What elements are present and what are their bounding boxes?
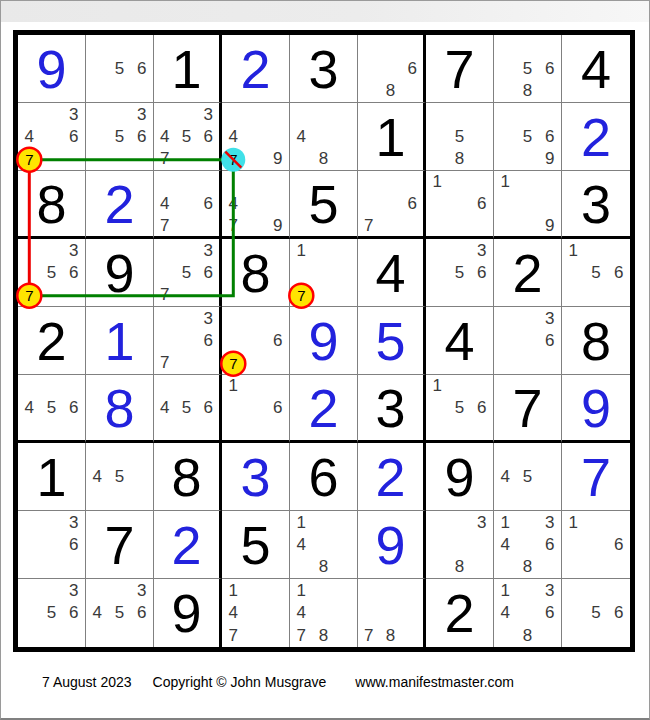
pencil-marks: 48 [290,103,357,170]
cell-r6c3[interactable]: 456 [154,375,222,443]
pencil-mark-5: 5 [40,397,62,419]
pencil-mark-5: 5 [108,602,130,625]
cell-r4c5[interactable]: 1 [290,239,358,307]
cell-r2c4[interactable]: 49 [222,103,290,171]
pencil-marks: 467 [154,171,219,236]
pencil-mark-6: 6 [63,125,85,147]
given-digit: 8 [36,177,66,231]
pencil-mark-1: 1 [222,579,244,602]
pencil-mark-5: 5 [176,397,198,419]
cell-r2c6[interactable]: 1 [358,103,426,171]
pencil-mark-3: 3 [131,579,153,602]
pencil-marks: 568 [494,35,561,102]
cell-r7c6[interactable]: 2 [358,443,426,511]
cell-r3c4[interactable]: 479 [222,171,290,239]
cell-r4c1[interactable]: 356 [18,239,86,307]
cell-r4c6[interactable]: 4 [358,239,426,307]
pencil-marks: 3567 [154,239,219,306]
pencil-mark-3: 3 [63,103,85,125]
pencil-marks: 13468 [494,579,561,647]
pencil-mark-7: 7 [222,624,244,647]
sudoku-board: 9561236875684346356345674948158569282467… [13,30,635,652]
pencil-mark-6: 6 [471,261,493,283]
footer-website[interactable]: www.manifestmaster.com [355,674,514,690]
pencil-marks: 346 [18,103,85,170]
cell-r6c9[interactable]: 9 [562,375,630,443]
pencil-mark-4: 4 [494,602,516,625]
solved-digit: 2 [581,110,611,164]
pencil-mark-5: 5 [448,397,470,419]
pencil-mark-1: 1 [426,171,448,193]
pencil-mark-7: 7 [154,352,176,374]
pencil-mark-1: 1 [494,171,516,193]
given-digit: 3 [308,42,338,96]
cell-r7c3[interactable]: 8 [154,443,222,511]
pencil-marks: 356 [86,103,153,170]
cell-r9c2[interactable]: 3456 [86,579,154,647]
pencil-marks: 367 [154,307,219,374]
given-digit: 9 [444,450,474,504]
pencil-mark-1: 1 [562,239,585,261]
cell-r2c8[interactable]: 569 [494,103,562,171]
pencil-mark-3: 3 [471,239,493,261]
cell-r5c5[interactable]: 9 [290,307,358,375]
pencil-mark-8: 8 [312,624,334,647]
pencil-marks: 356 [18,579,85,647]
pencil-mark-5: 5 [448,125,470,147]
pencil-mark-4: 4 [18,397,40,419]
pencil-mark-3: 3 [539,579,561,602]
solved-digit: 1 [104,314,134,368]
pencil-mark-6: 6 [267,397,289,419]
cell-r9c8[interactable]: 13468 [494,579,562,647]
cell-r1c2[interactable]: 56 [86,35,154,103]
cell-r8c6[interactable]: 9 [358,511,426,579]
pencil-marks: 49 [222,103,289,170]
cell-r1c5[interactable]: 3 [290,35,358,103]
pencil-mark-6: 6 [267,329,289,351]
pencil-marks: 1 [290,239,357,306]
cell-r1c8[interactable]: 568 [494,35,562,103]
cell-r6c5[interactable]: 2 [290,375,358,443]
cell-r1c9[interactable]: 4 [562,35,630,103]
pencil-mark-1: 1 [290,579,312,602]
given-digit: 1 [171,42,201,96]
cell-r9c1[interactable]: 356 [18,579,86,647]
pencil-mark-7: 7 [154,148,176,170]
cell-r7c5[interactable]: 6 [290,443,358,511]
pencil-mark-7: 7 [222,214,244,236]
cell-r9c6[interactable]: 78 [358,579,426,647]
solved-digit: 9 [375,518,405,572]
cell-r7c1[interactable]: 1 [18,443,86,511]
cell-r2c1[interactable]: 346 [18,103,86,171]
solved-digit: 7 [581,450,611,504]
cell-r8c4[interactable]: 5 [222,511,290,579]
pencil-mark-7: 7 [290,624,312,647]
solved-digit: 2 [375,450,405,504]
given-digit: 7 [444,42,474,96]
pencil-mark-4: 4 [86,602,108,625]
given-digit: 2 [444,586,474,640]
footer-copyright: Copyright © John Musgrave [153,674,327,690]
cell-r3c3[interactable]: 467 [154,171,222,239]
cell-r7c9[interactable]: 7 [562,443,630,511]
pencil-marks: 16 [562,511,630,578]
pencil-mark-1: 1 [426,375,448,397]
pencil-mark-3: 3 [471,511,493,533]
given-digit: 8 [581,314,611,368]
pencil-mark-8: 8 [312,148,334,170]
pencil-mark-5: 5 [585,261,608,283]
cell-r3c7[interactable]: 16 [426,171,494,239]
pencil-mark-7: 7 [154,214,176,236]
given-digit: 3 [375,381,405,435]
pencil-mark-5: 5 [40,261,62,283]
cell-r3c6[interactable]: 67 [358,171,426,239]
cell-r4c7[interactable]: 356 [426,239,494,307]
cell-r6c8[interactable]: 7 [494,375,562,443]
pencil-marks: 36 [18,511,85,578]
given-digit: 8 [240,246,270,300]
cell-r7c2[interactable]: 45 [86,443,154,511]
cell-r3c5[interactable]: 5 [290,171,358,239]
solved-digit: 2 [171,518,201,572]
pencil-marks: 34567 [154,103,219,170]
pencil-mark-6: 6 [401,57,423,79]
solved-digit: 8 [104,381,134,435]
pencil-mark-4: 4 [222,125,244,147]
cell-r7c4[interactable]: 3 [222,443,290,511]
cell-r7c7[interactable]: 9 [426,443,494,511]
pencil-marks: 36 [494,307,561,374]
pencil-mark-1: 1 [494,579,516,602]
solved-digit: 9 [36,42,66,96]
given-digit: 9 [171,586,201,640]
cell-r9c3[interactable]: 9 [154,579,222,647]
pencil-mark-8: 8 [516,624,538,647]
pencil-mark-4: 4 [290,533,312,555]
cell-r3c8[interactable]: 19 [494,171,562,239]
pencil-marks: 68 [358,35,423,102]
pencil-mark-4: 4 [290,125,312,147]
cell-r6c2[interactable]: 8 [86,375,154,443]
cell-r8c2[interactable]: 7 [86,511,154,579]
cell-r2c9[interactable]: 2 [562,103,630,171]
pencil-mark-4: 4 [154,193,176,215]
pencil-marks: 147 [222,579,289,647]
pencil-mark-6: 6 [539,125,561,147]
pencil-marks: 479 [222,171,289,236]
pencil-mark-5: 5 [108,465,130,487]
cell-r6c6[interactable]: 3 [358,375,426,443]
pencil-mark-5: 5 [448,261,470,283]
given-digit: 7 [104,518,134,572]
pencil-mark-5: 5 [516,125,538,147]
pencil-mark-5: 5 [108,57,130,79]
pencil-mark-6: 6 [197,397,219,419]
pencil-mark-5: 5 [516,465,538,487]
cell-r1c4[interactable]: 2 [222,35,290,103]
pencil-mark-4: 4 [86,465,108,487]
cell-r6c4[interactable]: 16 [222,375,290,443]
pencil-marks: 16 [222,375,289,440]
pencil-marks: 3456 [86,579,153,647]
pencil-mark-1: 1 [562,511,585,533]
given-digit: 4 [444,314,474,368]
pencil-mark-6: 6 [63,261,85,283]
pencil-mark-6: 6 [131,57,153,79]
cell-r4c9[interactable]: 156 [562,239,630,307]
pencil-marks: 356 [18,239,85,306]
pencil-mark-6: 6 [63,397,85,419]
cell-r1c6[interactable]: 68 [358,35,426,103]
cell-r2c3[interactable]: 34567 [154,103,222,171]
pencil-marks: 356 [426,239,493,306]
given-digit: 6 [308,450,338,504]
pencil-marks: 67 [358,171,423,236]
pencil-mark-3: 3 [539,307,561,329]
cell-r4c8[interactable]: 2 [494,239,562,307]
pencil-marks: 1478 [290,579,357,647]
pencil-mark-3: 3 [131,103,153,125]
pencil-marks: 456 [18,375,85,440]
cell-r5c6[interactable]: 5 [358,307,426,375]
pencil-mark-3: 3 [63,511,85,533]
pencil-mark-9: 9 [539,148,561,170]
cell-r5c7[interactable]: 4 [426,307,494,375]
pencil-mark-8: 8 [516,80,538,102]
pencil-mark-7: 7 [358,624,380,647]
given-digit: 5 [240,518,270,572]
cell-r1c1[interactable]: 9 [18,35,86,103]
cell-r8c7[interactable]: 38 [426,511,494,579]
cell-r3c1[interactable]: 8 [18,171,86,239]
pencil-marks: 58 [426,103,493,170]
pencil-marks: 156 [426,375,493,440]
given-digit: 1 [375,110,405,164]
pencil-mark-3: 3 [197,239,219,261]
pencil-mark-4: 4 [222,193,244,215]
pencil-mark-6: 6 [197,193,219,215]
pencil-marks: 45 [494,443,561,510]
cell-r9c9[interactable]: 56 [562,579,630,647]
cell-r4c4[interactable]: 8 [222,239,290,307]
pencil-marks: 6 [222,307,289,374]
pencil-marks: 13468 [494,511,561,578]
pencil-mark-5: 5 [40,602,62,625]
pencil-mark-4: 4 [18,125,40,147]
pencil-mark-1: 1 [222,375,244,397]
given-digit: 2 [36,314,66,368]
solved-digit: 5 [375,314,405,368]
pencil-marks: 456 [154,375,219,440]
pencil-mark-1: 1 [290,239,312,261]
pencil-mark-8: 8 [312,556,334,578]
pencil-marks: 16 [426,171,493,236]
cell-r5c9[interactable]: 8 [562,307,630,375]
pencil-mark-4: 4 [494,465,516,487]
pencil-marks: 148 [290,511,357,578]
pencil-mark-4: 4 [154,125,176,147]
cell-r8c5[interactable]: 148 [290,511,358,579]
solved-digit: 3 [240,450,270,504]
cell-r4c3[interactable]: 3567 [154,239,222,307]
pencil-marks: 156 [562,239,630,306]
pencil-mark-6: 6 [539,329,561,351]
pencil-marks: 78 [358,579,423,647]
pencil-mark-5: 5 [176,261,198,283]
pencil-mark-6: 6 [131,602,153,625]
pencil-mark-8: 8 [380,80,402,102]
pencil-mark-1: 1 [290,511,312,533]
pencil-mark-6: 6 [539,57,561,79]
pencil-mark-1: 1 [494,511,516,533]
cell-r5c2[interactable]: 1 [86,307,154,375]
pencil-mark-8: 8 [448,148,470,170]
pencil-mark-6: 6 [539,533,561,555]
pencil-mark-7: 7 [358,214,380,236]
pencil-mark-8: 8 [516,556,538,578]
given-digit: 9 [104,246,134,300]
pencil-mark-6: 6 [131,125,153,147]
pencil-marks: 45 [86,443,153,510]
cell-r2c2[interactable]: 356 [86,103,154,171]
pencil-mark-4: 4 [290,602,312,625]
cell-r9c4[interactable]: 147 [222,579,290,647]
window-top-bar [1,1,649,22]
cell-r4c2[interactable]: 9 [86,239,154,307]
cell-r1c3[interactable]: 1 [154,35,222,103]
pencil-mark-4: 4 [222,602,244,625]
given-digit: 3 [581,177,611,231]
cell-r9c5[interactable]: 1478 [290,579,358,647]
pencil-mark-3: 3 [539,511,561,533]
pencil-mark-9: 9 [539,214,561,236]
pencil-mark-9: 9 [267,214,289,236]
pencil-mark-8: 8 [448,556,470,578]
cell-r5c8[interactable]: 36 [494,307,562,375]
pencil-mark-3: 3 [63,239,85,261]
given-digit: 2 [512,246,542,300]
pencil-mark-7: 7 [154,284,176,306]
pencil-marks: 19 [494,171,561,236]
pencil-mark-3: 3 [197,103,219,125]
pencil-marks: 38 [426,511,493,578]
cell-r5c4[interactable]: 6 [222,307,290,375]
pencil-mark-8: 8 [380,624,402,647]
pencil-mark-3: 3 [63,579,85,602]
cell-r3c2[interactable]: 2 [86,171,154,239]
footer-date: 7 August 2023 [42,674,132,690]
cell-r6c7[interactable]: 156 [426,375,494,443]
cell-r6c1[interactable]: 456 [18,375,86,443]
given-digit: 7 [512,381,542,435]
pencil-mark-5: 5 [516,57,538,79]
given-digit: 5 [308,177,338,231]
cell-r3c9[interactable]: 3 [562,171,630,239]
pencil-mark-5: 5 [176,125,198,147]
pencil-mark-6: 6 [197,261,219,283]
pencil-mark-4: 4 [154,397,176,419]
pencil-mark-5: 5 [585,602,608,625]
cell-r8c3[interactable]: 2 [154,511,222,579]
pencil-marks: 569 [494,103,561,170]
cell-r5c1[interactable]: 2 [18,307,86,375]
pencil-mark-6: 6 [401,193,423,215]
pencil-mark-3: 3 [197,307,219,329]
pencil-marks: 56 [562,579,630,647]
pencil-mark-4: 4 [494,533,516,555]
cell-r8c9[interactable]: 16 [562,511,630,579]
pencil-mark-6: 6 [471,193,493,215]
pencil-mark-9: 9 [267,148,289,170]
solved-digit: 2 [308,381,338,435]
pencil-mark-5: 5 [108,125,130,147]
pencil-mark-6: 6 [63,533,85,555]
cell-r8c8[interactable]: 13468 [494,511,562,579]
cell-r7c8[interactable]: 45 [494,443,562,511]
cell-r2c7[interactable]: 58 [426,103,494,171]
solved-digit: 9 [581,381,611,435]
footer: 7 August 2023 Copyright © John Musgrave … [42,674,514,690]
cell-r2c5[interactable]: 48 [290,103,358,171]
given-digit: 1 [36,450,66,504]
pencil-mark-6: 6 [539,602,561,625]
pencil-mark-6: 6 [607,602,630,625]
pencil-mark-6: 6 [607,261,630,283]
solved-digit: 2 [104,177,134,231]
pencil-mark-6: 6 [471,397,493,419]
pencil-mark-6: 6 [63,602,85,625]
pencil-mark-6: 6 [607,533,630,555]
given-digit: 8 [171,450,201,504]
pencil-mark-6: 6 [197,125,219,147]
cell-r8c1[interactable]: 36 [18,511,86,579]
pencil-mark-6: 6 [197,329,219,351]
given-digit: 4 [375,246,405,300]
solved-digit: 2 [240,42,270,96]
cell-r5c3[interactable]: 367 [154,307,222,375]
cell-r9c7[interactable]: 2 [426,579,494,647]
pencil-marks: 56 [86,35,153,102]
solved-digit: 9 [308,314,338,368]
given-digit: 4 [581,42,611,96]
cell-r1c7[interactable]: 7 [426,35,494,103]
